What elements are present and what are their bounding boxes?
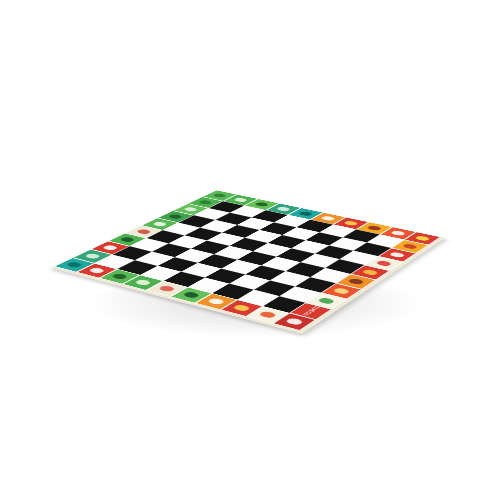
wood-rook-glyph: ♜	[261, 258, 306, 308]
border-doodle	[375, 260, 394, 267]
border-doodle	[206, 298, 226, 305]
border-doodle	[110, 273, 129, 280]
border-cell	[146, 281, 188, 297]
border-doodle	[316, 297, 336, 304]
product-photo: ♜♟♟♜♞♟♟♞♝♟♟♝♛♟♟♛♚♟♟♚♝♟♟♝♞♟♟♞♜♟♟♜DJECO	[0, 0, 500, 500]
border-doodle	[87, 267, 106, 274]
border-doodle	[346, 278, 365, 285]
border-doodle	[332, 287, 352, 294]
border-doodle	[133, 279, 153, 286]
border-doodle	[157, 285, 177, 292]
border-doodle	[284, 318, 305, 326]
black-pawn-glyph: ♟	[119, 232, 154, 271]
border-doodle	[401, 243, 419, 249]
border-cell	[54, 258, 95, 273]
square-f6	[175, 249, 214, 263]
border-doodle	[232, 304, 252, 312]
border-doodle	[181, 291, 201, 298]
square-d6	[207, 233, 245, 246]
border-doodle	[258, 311, 279, 319]
border-doodle	[275, 206, 292, 211]
border-doodle	[65, 262, 84, 269]
border-doodle	[388, 252, 406, 258]
border-doodle	[414, 235, 432, 241]
